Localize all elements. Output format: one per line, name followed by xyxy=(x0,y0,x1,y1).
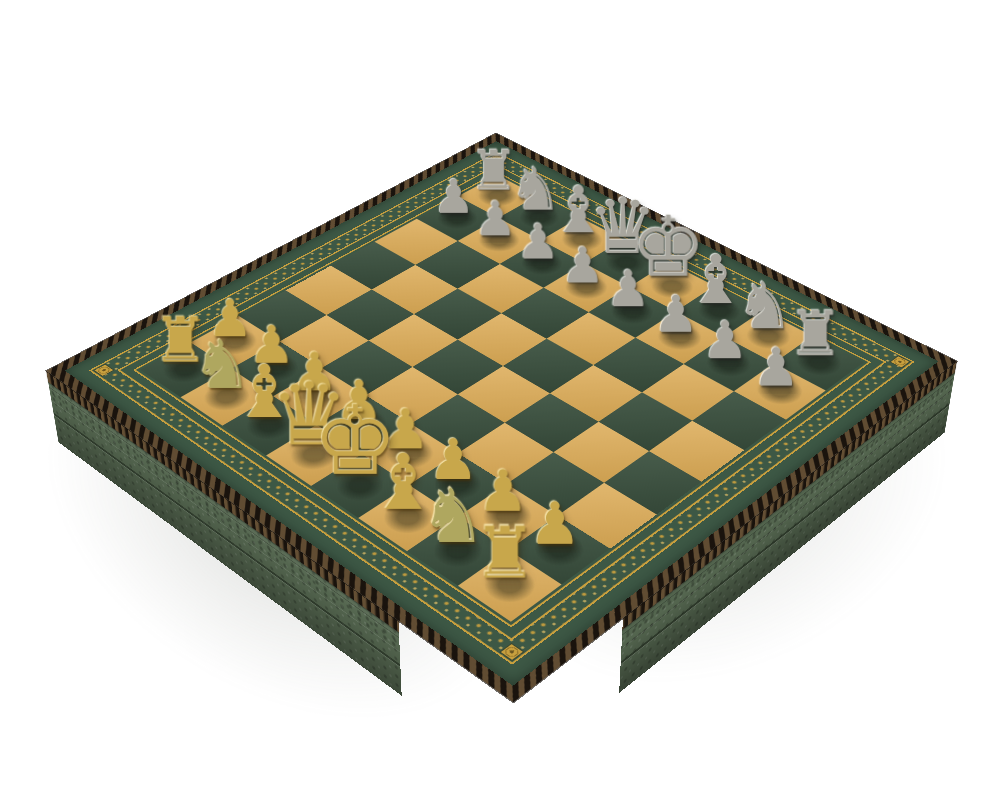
silver-bishop[interactable]: ♝ xyxy=(520,178,638,242)
piece-contact-shadow xyxy=(510,202,569,234)
piece-contact-shadow xyxy=(556,270,618,305)
square-e6[interactable] xyxy=(547,312,636,365)
piece-contact-shadow xyxy=(601,294,664,331)
filigree-corner-rosette xyxy=(501,644,523,660)
silver-pawn[interactable]: ♟ xyxy=(522,240,644,289)
silver-pawn[interactable]: ♟ xyxy=(396,173,512,220)
piece-contact-shadow xyxy=(641,269,703,304)
square-c5[interactable] xyxy=(414,289,501,340)
gilt-filigree-border: ♜♞♝♛♚♝♞♜♟♟♟♟♟♟♟♟♟♟♟♟♟♟♟♟♜♞♝♛♚♝♞♜ xyxy=(89,152,915,665)
filigree-corner-rosette xyxy=(891,356,909,367)
square-d4[interactable] xyxy=(412,340,503,395)
silver-pawn[interactable]: ♟ xyxy=(478,217,598,266)
silver-knight[interactable]: ♞ xyxy=(478,160,594,220)
square-c7[interactable]: ♟ xyxy=(500,240,584,288)
silver-pawn[interactable]: ♟ xyxy=(567,264,691,314)
square-b7[interactable]: ♟ xyxy=(458,218,541,264)
square-h1[interactable]: ♜ xyxy=(458,550,562,622)
square-a6[interactable] xyxy=(375,219,458,265)
square-a4[interactable] xyxy=(286,266,372,315)
square-d7[interactable]: ♟ xyxy=(544,263,630,312)
gold-rook[interactable]: ♜ xyxy=(432,517,579,588)
square-c4[interactable] xyxy=(369,314,458,367)
square-b6[interactable] xyxy=(415,241,499,289)
chess-board-case: ♜♞♝♛♚♝♞♜♟♟♟♟♟♟♟♟♟♟♟♟♟♟♟♟♜♞♝♛♚♝♞♜ xyxy=(46,133,957,702)
square-a8[interactable]: ♜ xyxy=(458,175,538,218)
silver-pawn[interactable]: ♟ xyxy=(711,341,841,394)
silver-queen[interactable]: ♛ xyxy=(563,188,682,265)
chess-scene: ♜♞♝♛♚♝♞♜♟♟♟♟♟♟♟♟♟♟♟♟♟♟♟♟♜♞♝♛♚♝♞♜ xyxy=(0,0,1000,800)
square-a7[interactable]: ♟ xyxy=(417,196,499,241)
square-d6[interactable] xyxy=(501,288,588,339)
square-c6[interactable] xyxy=(458,264,544,313)
square-b5[interactable] xyxy=(372,265,458,314)
leather-outer-margin: ♜♞♝♛♚♝♞♜♟♟♟♟♟♟♟♟♟♟♟♟♟♟♟♟♜♞♝♛♚♝♞♜ xyxy=(65,141,939,686)
filigree-corner-rosette xyxy=(489,154,505,162)
silver-king[interactable]: ♚ xyxy=(608,205,730,289)
silver-bishop[interactable]: ♝ xyxy=(654,246,778,314)
piece-contact-shadow xyxy=(469,224,529,257)
product-photo-stage: ♜♞♝♛♚♝♞♜♟♟♟♟♟♟♟♟♟♟♟♟♟♟♟♟♜♞♝♛♚♝♞♜ xyxy=(0,0,1000,800)
piece-contact-shadow xyxy=(552,223,612,256)
piece-contact-shadow xyxy=(596,246,657,280)
piece-contact-shadow xyxy=(428,202,487,234)
silver-rook[interactable]: ♜ xyxy=(437,143,551,198)
square-d5[interactable] xyxy=(458,313,547,366)
square-b4[interactable] xyxy=(326,289,413,340)
silver-pawn[interactable]: ♟ xyxy=(436,195,554,243)
square-e8[interactable]: ♚ xyxy=(629,262,715,311)
square-c8[interactable]: ♝ xyxy=(541,217,624,263)
square-b8[interactable]: ♞ xyxy=(498,196,580,240)
square-d8[interactable]: ♛ xyxy=(584,239,668,286)
square-h5[interactable] xyxy=(649,421,744,482)
square-a5[interactable] xyxy=(331,242,416,290)
piece-contact-shadow xyxy=(512,246,573,280)
filigree-corner-rosette xyxy=(95,365,113,376)
piece-contact-shadow xyxy=(469,181,527,212)
board-top-face: ♜♞♝♛♚♝♞♜♟♟♟♟♟♟♟♟♟♟♟♟♟♟♟♟♜♞♝♛♚♝♞♜ xyxy=(46,133,957,702)
